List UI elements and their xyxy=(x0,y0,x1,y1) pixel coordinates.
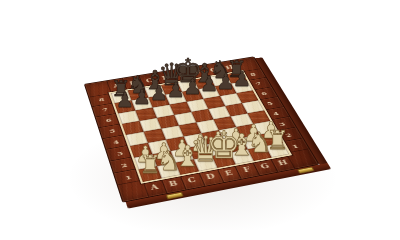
pieces-layer: ♜♞♝♛♚♝♞♜♟♟♟♟♟♟♟♟♟♟♟♟♟♟♟♟♜♞♝♛♚♝♞♜ xyxy=(0,0,400,240)
piece-black-pawn-h7[interactable]: ♟ xyxy=(233,69,252,90)
piece-black-pawn-a7[interactable]: ♟ xyxy=(116,89,134,110)
piece-black-pawn-b7[interactable]: ♟ xyxy=(133,86,151,107)
chess-set-photo: ABCDEFGH ABCDEFGH 87654321 87654321 ♜♞♝♛… xyxy=(0,0,400,240)
piece-white-rook-h1[interactable]: ♜ xyxy=(266,128,289,154)
piece-black-pawn-c7[interactable]: ♟ xyxy=(150,83,168,104)
